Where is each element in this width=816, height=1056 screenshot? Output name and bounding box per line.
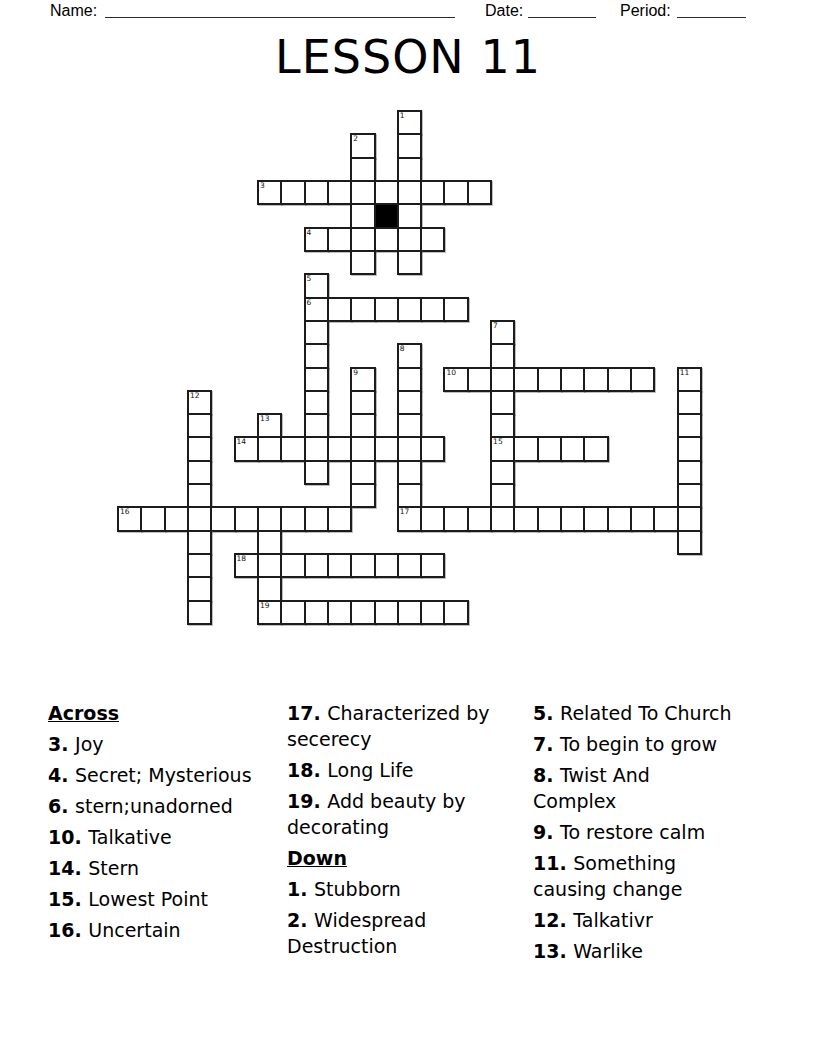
- clue-item-number: 8.: [533, 764, 560, 786]
- clue-item-number: 6.: [48, 795, 75, 817]
- grid-cell[interactable]: 18: [234, 553, 259, 578]
- name-label: Name:: [50, 2, 97, 20]
- grid-cell[interactable]: [677, 413, 702, 438]
- grid-cell[interactable]: [187, 600, 212, 625]
- grid-cell[interactable]: [327, 436, 352, 461]
- grid-cell[interactable]: [677, 436, 702, 461]
- grid-cell[interactable]: [677, 390, 702, 415]
- page-title: LESSON 11: [0, 30, 816, 84]
- grid-cell[interactable]: [234, 506, 259, 531]
- grid-cell[interactable]: 8: [397, 343, 422, 368]
- grid-cell[interactable]: [187, 576, 212, 601]
- grid-cell[interactable]: [607, 367, 632, 392]
- clue-item: 14. Stern: [48, 855, 278, 881]
- grid-cell[interactable]: [397, 460, 422, 485]
- grid-cell[interactable]: 7: [490, 320, 515, 345]
- crossword-grid: 12345678910111213141516171819: [117, 110, 703, 626]
- clue-item: 18. Long Life: [287, 757, 527, 783]
- grid-cell[interactable]: [187, 413, 212, 438]
- grid-cell[interactable]: [257, 436, 282, 461]
- clue-item-number: 10.: [48, 826, 88, 848]
- clue-number: 8: [400, 345, 405, 353]
- clue-number: 2: [353, 135, 358, 143]
- clue-number: 15: [493, 438, 503, 446]
- grid-cell[interactable]: [350, 390, 375, 415]
- clue-item: 15. Lowest Point: [48, 886, 278, 912]
- grid-cell[interactable]: [304, 600, 329, 625]
- clue-item-number: 14.: [48, 857, 88, 879]
- clue-column-right: 5. Related To Church7. To begin to grow8…: [533, 700, 733, 969]
- worksheet-page: Name: Date: Period: LESSON 11 1234567891…: [0, 0, 816, 1056]
- grid-cell[interactable]: [327, 600, 352, 625]
- grid-cell[interactable]: [350, 297, 375, 322]
- clue-item-number: 3.: [48, 733, 75, 755]
- grid-cell[interactable]: 14: [234, 436, 259, 461]
- grid-cell[interactable]: [164, 506, 189, 531]
- clue-item: 1. Stubborn: [287, 876, 527, 902]
- grid-cell[interactable]: [374, 600, 399, 625]
- grid-cell[interactable]: [304, 413, 329, 438]
- grid-cell[interactable]: [560, 436, 585, 461]
- grid-cell[interactable]: [490, 413, 515, 438]
- grid-cell[interactable]: [677, 530, 702, 555]
- clue-item-number: 5.: [533, 702, 560, 724]
- grid-cell[interactable]: [350, 413, 375, 438]
- grid-cell[interactable]: [630, 367, 655, 392]
- grid-cell[interactable]: 12: [187, 390, 212, 415]
- grid-cell[interactable]: [257, 530, 282, 555]
- grid-cell[interactable]: 15: [490, 436, 515, 461]
- grid-cell[interactable]: [350, 460, 375, 485]
- grid-cell[interactable]: [397, 297, 422, 322]
- grid-cell[interactable]: [350, 250, 375, 275]
- clue-number: 4: [307, 229, 312, 237]
- clue-number: 7: [493, 322, 498, 330]
- grid-cell[interactable]: [443, 506, 468, 531]
- grid-cell[interactable]: [304, 180, 329, 205]
- grid-cell[interactable]: [257, 553, 282, 578]
- clue-item: 4. Secret; Mysterious: [48, 762, 278, 788]
- grid-cell[interactable]: [583, 367, 608, 392]
- clue-item-number: 16.: [48, 919, 88, 941]
- date-label: Date:: [485, 2, 523, 20]
- clue-item-number: 12.: [533, 909, 573, 931]
- grid-cell[interactable]: [630, 506, 655, 531]
- clue-number: 3: [260, 182, 265, 190]
- grid-cell[interactable]: [350, 203, 375, 228]
- grid-cell[interactable]: [397, 203, 422, 228]
- black-cell: [374, 203, 399, 228]
- clue-column-left: Across3. Joy4. Secret; Mysterious6. ster…: [48, 700, 278, 948]
- clue-number: 10: [446, 369, 456, 377]
- grid-cell[interactable]: [397, 157, 422, 182]
- grid-cell[interactable]: [397, 180, 422, 205]
- grid-cell[interactable]: [467, 506, 492, 531]
- clue-item: 13. Warlike: [533, 938, 733, 964]
- clue-item: 11. Something causing change: [533, 850, 733, 902]
- grid-cell[interactable]: [280, 506, 305, 531]
- grid-cell[interactable]: [350, 157, 375, 182]
- grid-cell[interactable]: [374, 553, 399, 578]
- grid-cell[interactable]: [397, 553, 422, 578]
- grid-cell[interactable]: [210, 506, 235, 531]
- grid-cell[interactable]: [677, 460, 702, 485]
- grid-cell[interactable]: [397, 227, 422, 252]
- grid-cell[interactable]: [397, 483, 422, 508]
- grid-cell[interactable]: [187, 530, 212, 555]
- grid-cell[interactable]: [327, 227, 352, 252]
- grid-cell[interactable]: [187, 436, 212, 461]
- clue-item: 2. Widespread Destruction: [287, 907, 527, 959]
- grid-cell[interactable]: [304, 367, 329, 392]
- grid-cell[interactable]: 16: [117, 506, 142, 531]
- grid-cell[interactable]: [304, 390, 329, 415]
- grid-cell[interactable]: [420, 227, 445, 252]
- clue-number: 5: [307, 275, 312, 283]
- grid-cell[interactable]: [374, 227, 399, 252]
- grid-cell[interactable]: [187, 483, 212, 508]
- clue-item: 6. stern;unadorned: [48, 793, 278, 819]
- grid-cell[interactable]: [467, 367, 492, 392]
- grid-cell[interactable]: [304, 460, 329, 485]
- grid-cell[interactable]: [327, 297, 352, 322]
- grid-cell[interactable]: 2: [350, 133, 375, 158]
- grid-cell[interactable]: 19: [257, 600, 282, 625]
- grid-cell[interactable]: [350, 483, 375, 508]
- clue-number: 18: [237, 555, 247, 563]
- grid-cell[interactable]: 17: [397, 506, 422, 531]
- clue-item-number: 9.: [533, 821, 560, 843]
- grid-cell[interactable]: [327, 553, 352, 578]
- grid-cell[interactable]: [397, 600, 422, 625]
- clue-section-header-down: Down: [287, 845, 527, 871]
- grid-cell[interactable]: [583, 506, 608, 531]
- clue-number: 16: [120, 508, 130, 516]
- grid-cell[interactable]: [490, 343, 515, 368]
- grid-cell[interactable]: 10: [443, 367, 468, 392]
- clue-item-number: 17.: [287, 702, 327, 724]
- grid-cell[interactable]: [537, 436, 562, 461]
- grid-cell[interactable]: [490, 483, 515, 508]
- clue-column-middle: 17. Characterized by secerecy18. Long Li…: [287, 700, 527, 964]
- grid-cell[interactable]: [677, 483, 702, 508]
- grid-cell[interactable]: [537, 506, 562, 531]
- name-blank-line[interactable]: [105, 2, 455, 18]
- grid-cell[interactable]: [280, 180, 305, 205]
- grid-cell[interactable]: [420, 180, 445, 205]
- grid-cell[interactable]: [304, 320, 329, 345]
- grid-cell[interactable]: [140, 506, 165, 531]
- grid-cell[interactable]: [677, 506, 702, 531]
- clue-item: 16. Uncertain: [48, 917, 278, 943]
- clue-item: 8. Twist And Complex: [533, 762, 733, 814]
- grid-cell[interactable]: [560, 506, 585, 531]
- grid-cell[interactable]: [467, 180, 492, 205]
- grid-cell[interactable]: [420, 506, 445, 531]
- grid-cell[interactable]: [304, 553, 329, 578]
- clue-item: 10. Talkative: [48, 824, 278, 850]
- grid-cell[interactable]: [304, 436, 329, 461]
- clue-item-number: 2.: [287, 909, 314, 931]
- grid-cell[interactable]: 3: [257, 180, 282, 205]
- clue-item: 3. Joy: [48, 731, 278, 757]
- clue-item: 19. Add beauty by decorating: [287, 788, 527, 840]
- grid-cell[interactable]: [420, 297, 445, 322]
- grid-cell[interactable]: [490, 390, 515, 415]
- clue-item: 9. To restore calm: [533, 819, 733, 845]
- grid-cell[interactable]: [397, 367, 422, 392]
- clue-number: 12: [190, 392, 200, 400]
- grid-cell[interactable]: [304, 343, 329, 368]
- grid-cell[interactable]: [397, 436, 422, 461]
- grid-cell[interactable]: 1: [397, 110, 422, 135]
- clue-item-number: 19.: [287, 790, 327, 812]
- clue-item: 5. Related To Church: [533, 700, 733, 726]
- grid-cell[interactable]: [374, 297, 399, 322]
- grid-cell[interactable]: [490, 506, 515, 531]
- grid-cell[interactable]: [350, 436, 375, 461]
- date-blank-line[interactable]: [528, 2, 596, 18]
- grid-cell[interactable]: [350, 227, 375, 252]
- clue-number: 13: [260, 415, 270, 423]
- clue-item: 17. Characterized by secerecy: [287, 700, 527, 752]
- grid-cell[interactable]: [513, 506, 538, 531]
- clue-item: 12. Talkativr: [533, 907, 733, 933]
- grid-cell[interactable]: [583, 436, 608, 461]
- grid-cell[interactable]: [490, 460, 515, 485]
- grid-cell[interactable]: [304, 506, 329, 531]
- clue-section-header-across: Across: [48, 700, 278, 726]
- grid-cell[interactable]: [443, 600, 468, 625]
- clue-number: 9: [353, 369, 358, 377]
- period-label: Period:: [620, 2, 671, 20]
- grid-cell[interactable]: [397, 390, 422, 415]
- grid-cell[interactable]: [513, 436, 538, 461]
- grid-cell[interactable]: [397, 250, 422, 275]
- clue-number: 19: [260, 602, 270, 610]
- grid-cell[interactable]: [187, 460, 212, 485]
- clue-number: 17: [400, 508, 410, 516]
- grid-cell[interactable]: [257, 506, 282, 531]
- grid-cell[interactable]: [280, 600, 305, 625]
- grid-cell[interactable]: [350, 600, 375, 625]
- grid-cell[interactable]: [490, 367, 515, 392]
- grid-cell[interactable]: [187, 506, 212, 531]
- grid-cell[interactable]: [420, 553, 445, 578]
- clue-number: 1: [400, 112, 405, 120]
- grid-cell[interactable]: 5: [304, 273, 329, 298]
- grid-cell[interactable]: [420, 600, 445, 625]
- grid-cell[interactable]: [374, 180, 399, 205]
- grid-cell[interactable]: [420, 436, 445, 461]
- clue-item-number: 4.: [48, 764, 75, 786]
- grid-cell[interactable]: [513, 367, 538, 392]
- grid-cell[interactable]: [280, 436, 305, 461]
- grid-cell[interactable]: [560, 367, 585, 392]
- clue-item-number: 15.: [48, 888, 88, 910]
- grid-cell[interactable]: [653, 506, 678, 531]
- grid-cell[interactable]: [397, 413, 422, 438]
- period-blank-line[interactable]: [677, 2, 746, 18]
- clue-item-number: 11.: [533, 852, 573, 874]
- grid-cell[interactable]: [350, 553, 375, 578]
- grid-cell[interactable]: 4: [304, 227, 329, 252]
- clue-item: 7. To begin to grow: [533, 731, 733, 757]
- grid-cell[interactable]: [537, 367, 562, 392]
- grid-cell[interactable]: [443, 297, 468, 322]
- clue-item-number: 1.: [287, 878, 314, 900]
- grid-cell[interactable]: 11: [677, 367, 702, 392]
- grid-cell[interactable]: [257, 576, 282, 601]
- clue-number: 14: [237, 438, 247, 446]
- worksheet-header: Name: Date: Period:: [0, 2, 816, 22]
- grid-cell[interactable]: [187, 553, 212, 578]
- grid-cell[interactable]: [280, 553, 305, 578]
- clue-number: 6: [307, 299, 312, 307]
- grid-cell[interactable]: [607, 506, 632, 531]
- grid-cell[interactable]: [397, 133, 422, 158]
- grid-cell[interactable]: 6: [304, 297, 329, 322]
- grid-cell[interactable]: [327, 506, 352, 531]
- grid-cell[interactable]: [350, 180, 375, 205]
- grid-cell[interactable]: 13: [257, 413, 282, 438]
- grid-cell[interactable]: [443, 180, 468, 205]
- grid-cell[interactable]: 9: [350, 367, 375, 392]
- clue-number: 11: [680, 369, 690, 377]
- grid-cell[interactable]: [327, 180, 352, 205]
- clue-item-number: 7.: [533, 733, 560, 755]
- grid-cell[interactable]: [374, 436, 399, 461]
- clue-item-number: 18.: [287, 759, 327, 781]
- clue-item-number: 13.: [533, 940, 573, 962]
